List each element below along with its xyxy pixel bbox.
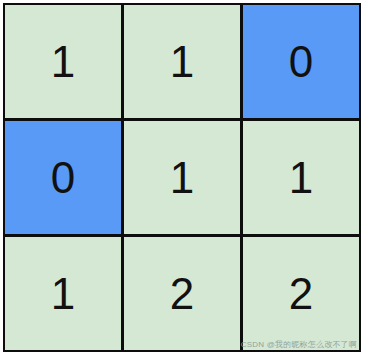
grid-cell-r0c1[interactable]: 1 — [124, 5, 240, 118]
grid-cell-r1c0[interactable]: 0 — [5, 121, 121, 234]
grid-cell-r1c2[interactable]: 1 — [243, 121, 359, 234]
grid-cell-r2c0[interactable]: 1 — [5, 237, 121, 350]
grid-cell-r0c0[interactable]: 1 — [5, 5, 121, 118]
puzzle-grid: 110011122 — [3, 3, 361, 352]
grid-cell-r2c1[interactable]: 2 — [124, 237, 240, 350]
page: 110011122 CSDN @我的昵称怎么改不了啊 — [0, 0, 366, 355]
grid-cell-r1c1[interactable]: 1 — [124, 121, 240, 234]
grid-cell-r2c2[interactable]: 2 — [243, 237, 359, 350]
grid-cell-r0c2[interactable]: 0 — [243, 5, 359, 118]
